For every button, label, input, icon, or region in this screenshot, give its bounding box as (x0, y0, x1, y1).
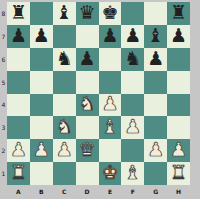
rank-labels: 87654321 (0, 2, 7, 185)
square-d2[interactable]: ♛ (76, 139, 99, 162)
square-a2[interactable]: ♟ (7, 139, 30, 162)
piece-black-bishop[interactable]: ♝ (56, 3, 73, 22)
square-d1[interactable] (76, 162, 99, 185)
file-label-c: C (53, 186, 76, 197)
square-b7[interactable]: ♟ (30, 25, 53, 48)
piece-black-pawn[interactable]: ♟ (124, 26, 141, 45)
square-e7[interactable]: ♟ (99, 25, 122, 48)
square-g6[interactable]: ♟ (144, 48, 167, 71)
square-h5[interactable] (167, 71, 190, 94)
square-h2[interactable]: ♟ (167, 139, 190, 162)
square-c5[interactable] (53, 71, 76, 94)
square-e2[interactable] (99, 139, 122, 162)
square-g1[interactable] (144, 162, 167, 185)
piece-white-bishop[interactable]: ♝ (101, 117, 118, 136)
rank-label-7: 7 (0, 25, 7, 48)
square-f2[interactable] (121, 139, 144, 162)
piece-black-knight[interactable]: ♞ (124, 49, 141, 68)
piece-black-rook[interactable]: ♜ (10, 3, 27, 22)
square-g7[interactable]: ♝ (144, 25, 167, 48)
piece-black-queen[interactable]: ♛ (79, 3, 96, 22)
piece-white-pawn[interactable]: ♟ (124, 117, 141, 136)
piece-black-pawn[interactable]: ♟ (147, 49, 164, 68)
square-c7[interactable] (53, 25, 76, 48)
piece-black-rook[interactable]: ♜ (170, 3, 187, 22)
piece-black-king[interactable]: ♚ (101, 3, 118, 22)
piece-white-pawn[interactable]: ♟ (10, 140, 27, 159)
square-e4[interactable]: ♟ (99, 94, 122, 117)
rank-label-6: 6 (0, 48, 7, 71)
piece-white-pawn[interactable]: ♟ (101, 94, 118, 113)
square-c3[interactable]: ♞ (53, 116, 76, 139)
piece-white-bishop[interactable]: ♝ (124, 163, 141, 182)
piece-black-pawn[interactable]: ♟ (101, 26, 118, 45)
square-b8[interactable] (30, 2, 53, 25)
file-label-e: E (99, 186, 122, 197)
square-d7[interactable] (76, 25, 99, 48)
piece-white-rook[interactable]: ♜ (10, 163, 27, 182)
piece-white-pawn[interactable]: ♟ (33, 140, 50, 159)
piece-black-pawn[interactable]: ♟ (170, 26, 187, 45)
square-h4[interactable] (167, 94, 190, 117)
square-f8[interactable] (121, 2, 144, 25)
piece-white-rook[interactable]: ♜ (170, 163, 187, 182)
square-e6[interactable] (99, 48, 122, 71)
square-a1[interactable]: ♜ (7, 162, 30, 185)
square-d8[interactable]: ♛ (76, 2, 99, 25)
square-f5[interactable] (121, 71, 144, 94)
file-label-f: F (121, 186, 144, 197)
piece-white-pawn[interactable]: ♟ (170, 140, 187, 159)
square-e8[interactable]: ♚ (99, 2, 122, 25)
square-f7[interactable]: ♟ (121, 25, 144, 48)
square-e5[interactable] (99, 71, 122, 94)
square-g5[interactable] (144, 71, 167, 94)
square-e3[interactable]: ♝ (99, 116, 122, 139)
square-h3[interactable] (167, 116, 190, 139)
square-a5[interactable] (7, 71, 30, 94)
square-f1[interactable]: ♝ (121, 162, 144, 185)
rank-label-8: 8 (0, 2, 7, 25)
square-c1[interactable] (53, 162, 76, 185)
square-b3[interactable] (30, 116, 53, 139)
square-h1[interactable]: ♜ (167, 162, 190, 185)
piece-white-knight[interactable]: ♞ (79, 94, 96, 113)
piece-black-bishop[interactable]: ♝ (147, 26, 164, 45)
file-labels: ABCDEFGH (7, 186, 190, 197)
square-b2[interactable]: ♟ (30, 139, 53, 162)
square-f3[interactable]: ♟ (121, 116, 144, 139)
square-c6[interactable]: ♞ (53, 48, 76, 71)
square-g4[interactable] (144, 94, 167, 117)
square-d4[interactable]: ♞ (76, 94, 99, 117)
file-label-b: B (30, 186, 53, 197)
square-h8[interactable]: ♜ (167, 2, 190, 25)
piece-white-pawn[interactable]: ♟ (147, 140, 164, 159)
file-label-h: H (167, 186, 190, 197)
file-label-g: G (144, 186, 167, 197)
square-c4[interactable] (53, 94, 76, 117)
square-g2[interactable]: ♟ (144, 139, 167, 162)
square-g8[interactable] (144, 2, 167, 25)
piece-black-pawn[interactable]: ♟ (79, 49, 96, 68)
chess-board-frame: 87654321 ♜♝♛♚♜♟♟♟♟♝♟♞♟♞♟♞♟♞♝♟♟♟♟♛♟♟♜♚♝♜ … (0, 0, 200, 199)
square-d5[interactable] (76, 71, 99, 94)
piece-black-knight[interactable]: ♞ (56, 49, 73, 68)
rank-label-3: 3 (0, 116, 7, 139)
piece-white-pawn[interactable]: ♟ (56, 140, 73, 159)
file-label-a: A (7, 186, 30, 197)
rank-label-1: 1 (0, 162, 7, 185)
square-a3[interactable] (7, 116, 30, 139)
file-label-d: D (76, 186, 99, 197)
square-a4[interactable] (7, 94, 30, 117)
square-a7[interactable]: ♟ (7, 25, 30, 48)
square-b4[interactable] (30, 94, 53, 117)
square-c8[interactable]: ♝ (53, 2, 76, 25)
square-c2[interactable]: ♟ (53, 139, 76, 162)
rank-label-5: 5 (0, 71, 7, 94)
square-f4[interactable] (121, 94, 144, 117)
square-a8[interactable]: ♜ (7, 2, 30, 25)
rank-label-2: 2 (0, 139, 7, 162)
square-g3[interactable] (144, 116, 167, 139)
square-f6[interactable]: ♞ (121, 48, 144, 71)
piece-white-king[interactable]: ♚ (101, 163, 118, 182)
square-b6[interactable] (30, 48, 53, 71)
square-d6[interactable]: ♟ (76, 48, 99, 71)
square-b1[interactable] (30, 162, 53, 185)
chess-board[interactable]: ♜♝♛♚♜♟♟♟♟♝♟♞♟♞♟♞♟♞♝♟♟♟♟♛♟♟♜♚♝♜ (7, 2, 190, 185)
square-d3[interactable] (76, 116, 99, 139)
rank-label-4: 4 (0, 94, 7, 117)
square-b5[interactable] (30, 71, 53, 94)
piece-black-pawn[interactable]: ♟ (10, 26, 27, 45)
piece-black-pawn[interactable]: ♟ (33, 26, 50, 45)
square-h7[interactable]: ♟ (167, 25, 190, 48)
square-a6[interactable] (7, 48, 30, 71)
piece-white-knight[interactable]: ♞ (56, 117, 73, 136)
square-h6[interactable] (167, 48, 190, 71)
piece-white-queen[interactable]: ♛ (79, 140, 96, 159)
square-e1[interactable]: ♚ (99, 162, 122, 185)
